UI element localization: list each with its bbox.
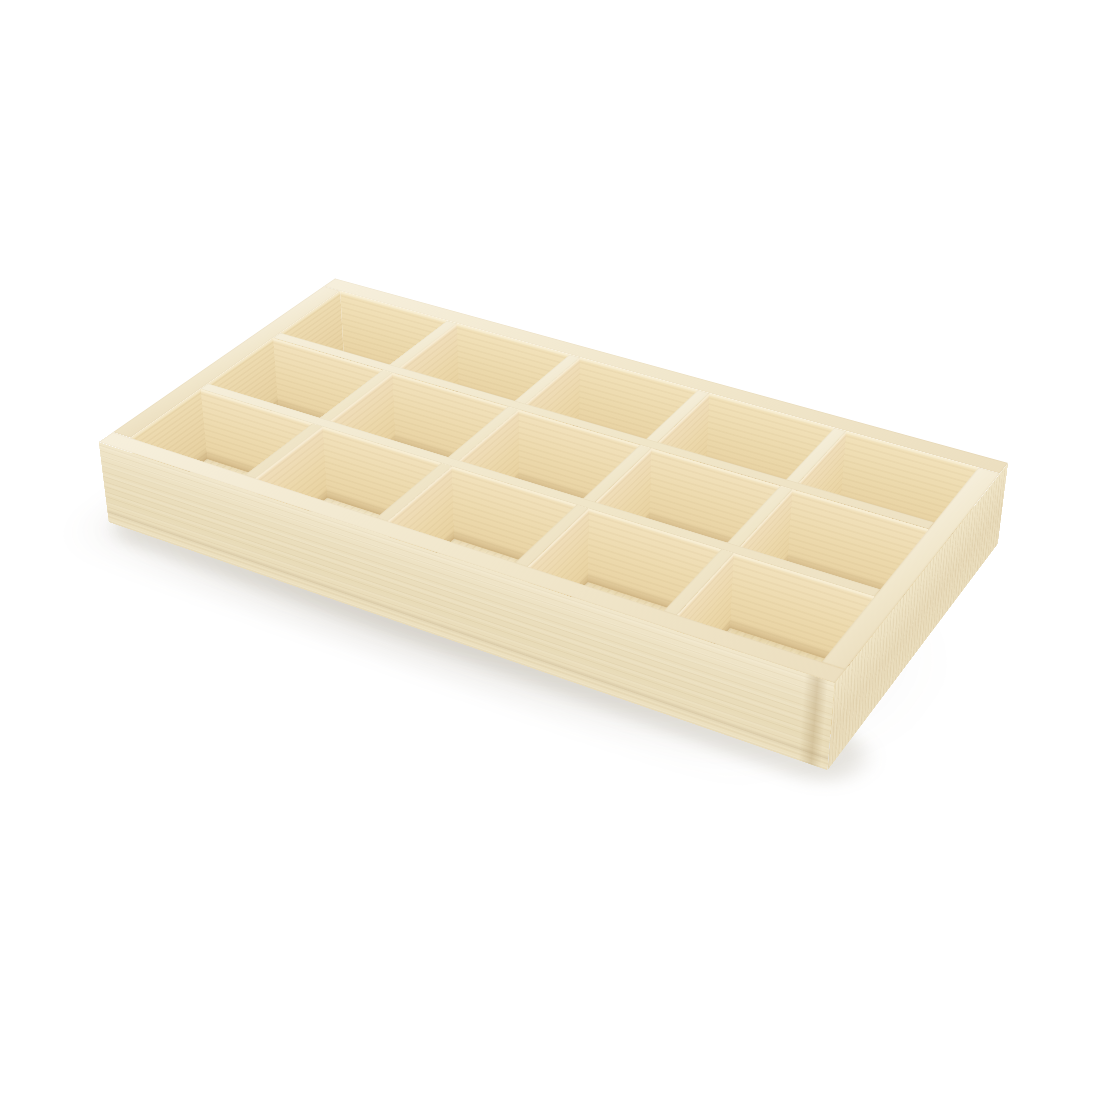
scene: [0, 0, 1100, 1100]
wooden-tray: [109, 353, 998, 771]
product-photo-stage: [0, 0, 1100, 1100]
